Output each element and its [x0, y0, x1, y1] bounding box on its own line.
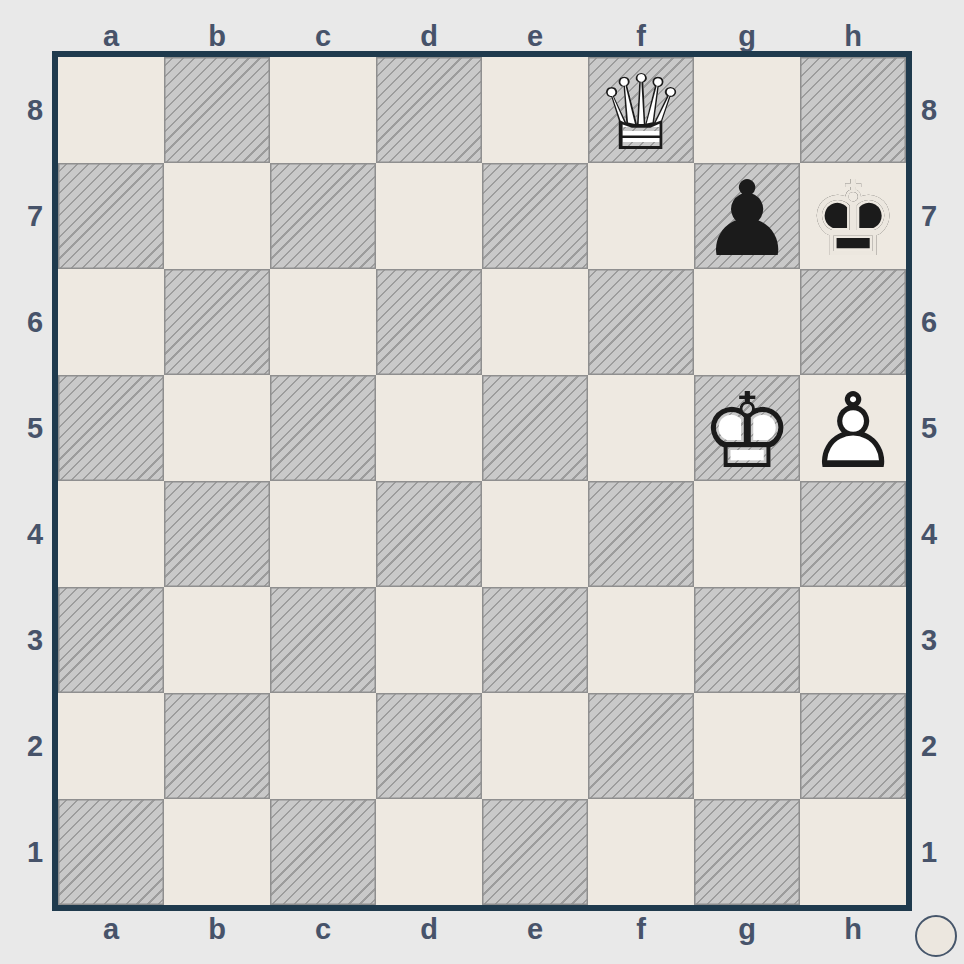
square-b2[interactable] [164, 693, 270, 799]
square-g1[interactable] [694, 799, 800, 905]
rank-label-8: 8 [912, 57, 946, 163]
square-c7[interactable] [270, 163, 376, 269]
rank-label-5: 5 [912, 375, 946, 481]
square-g5[interactable]: ♚♔ [694, 375, 800, 481]
square-e1[interactable] [482, 799, 588, 905]
square-h6[interactable] [800, 269, 906, 375]
rank-label-2: 2 [912, 693, 946, 799]
square-c5[interactable] [270, 375, 376, 481]
square-b4[interactable] [164, 481, 270, 587]
file-labels-top: abcdefgh [58, 20, 906, 52]
white-pawn-h5[interactable]: ♟♙ [800, 375, 906, 481]
square-e7[interactable] [482, 163, 588, 269]
square-e8[interactable] [482, 57, 588, 163]
square-a1[interactable] [58, 799, 164, 905]
file-label-h: h [800, 913, 906, 945]
chess-board[interactable]: ♛♕♟♚♔♚♔♟♙ [52, 51, 912, 911]
white-king-g5[interactable]: ♚♔ [694, 375, 800, 481]
square-h8[interactable] [800, 57, 906, 163]
file-label-g: g [694, 20, 800, 52]
square-d5[interactable] [376, 375, 482, 481]
file-label-g: g [694, 913, 800, 945]
square-h4[interactable] [800, 481, 906, 587]
rank-label-7: 7 [18, 163, 52, 269]
rank-label-8: 8 [18, 57, 52, 163]
chess-diagram-page: abcdefgh 87654321 ♛♕♟♚♔♚♔♟♙ 87654321 abc… [0, 0, 964, 964]
square-h5[interactable]: ♟♙ [800, 375, 906, 481]
square-e6[interactable] [482, 269, 588, 375]
square-f8[interactable]: ♛♕ [588, 57, 694, 163]
file-labels-bottom: abcdefgh [58, 913, 906, 945]
square-f5[interactable] [588, 375, 694, 481]
rank-label-6: 6 [912, 269, 946, 375]
rank-label-3: 3 [912, 587, 946, 693]
square-g4[interactable] [694, 481, 800, 587]
square-h7[interactable]: ♚♔ [800, 163, 906, 269]
white-king-glyph: ♔ [694, 378, 800, 484]
white-queen-glyph: ♕ [588, 60, 694, 166]
square-g2[interactable] [694, 693, 800, 799]
file-label-b: b [164, 20, 270, 52]
file-label-h: h [800, 20, 906, 52]
square-d4[interactable] [376, 481, 482, 587]
white-queen-f8[interactable]: ♛♕ [588, 57, 694, 163]
rank-labels-left: 87654321 [18, 57, 52, 905]
square-g8[interactable] [694, 57, 800, 163]
square-d6[interactable] [376, 269, 482, 375]
file-label-f: f [588, 20, 694, 52]
black-king-glyph: ♔ [800, 166, 906, 272]
rank-label-1: 1 [18, 799, 52, 905]
square-a2[interactable] [58, 693, 164, 799]
file-label-e: e [482, 913, 588, 945]
white-pawn-glyph: ♙ [800, 378, 906, 484]
square-f4[interactable] [588, 481, 694, 587]
file-label-d: d [376, 913, 482, 945]
square-e5[interactable] [482, 375, 588, 481]
square-d2[interactable] [376, 693, 482, 799]
file-label-e: e [482, 20, 588, 52]
square-a7[interactable] [58, 163, 164, 269]
square-c3[interactable] [270, 587, 376, 693]
rank-label-5: 5 [18, 375, 52, 481]
rank-label-1: 1 [912, 799, 946, 905]
square-d7[interactable] [376, 163, 482, 269]
square-h3[interactable] [800, 587, 906, 693]
square-f7[interactable] [588, 163, 694, 269]
square-b6[interactable] [164, 269, 270, 375]
black-pawn-glyph: ♟ [694, 166, 800, 272]
file-label-a: a [58, 20, 164, 52]
rank-label-4: 4 [912, 481, 946, 587]
square-c1[interactable] [270, 799, 376, 905]
square-g3[interactable] [694, 587, 800, 693]
black-king-h7[interactable]: ♚♔ [800, 163, 906, 269]
square-b7[interactable] [164, 163, 270, 269]
square-d3[interactable] [376, 587, 482, 693]
black-pawn-g7[interactable]: ♟ [694, 163, 800, 269]
rank-labels-right: 87654321 [912, 57, 946, 905]
square-g7[interactable]: ♟ [694, 163, 800, 269]
square-b1[interactable] [164, 799, 270, 905]
square-b3[interactable] [164, 587, 270, 693]
rank-label-3: 3 [18, 587, 52, 693]
file-label-c: c [270, 20, 376, 52]
square-h2[interactable] [800, 693, 906, 799]
white-to-move-indicator [915, 915, 957, 957]
square-c2[interactable] [270, 693, 376, 799]
square-e2[interactable] [482, 693, 588, 799]
square-d8[interactable] [376, 57, 482, 163]
square-c8[interactable] [270, 57, 376, 163]
file-label-f: f [588, 913, 694, 945]
square-g6[interactable] [694, 269, 800, 375]
square-d1[interactable] [376, 799, 482, 905]
square-b8[interactable] [164, 57, 270, 163]
square-c4[interactable] [270, 481, 376, 587]
square-a6[interactable] [58, 269, 164, 375]
square-a8[interactable] [58, 57, 164, 163]
square-f6[interactable] [588, 269, 694, 375]
rank-label-7: 7 [912, 163, 946, 269]
square-e4[interactable] [482, 481, 588, 587]
square-a4[interactable] [58, 481, 164, 587]
square-b5[interactable] [164, 375, 270, 481]
file-label-b: b [164, 913, 270, 945]
square-f1[interactable] [588, 799, 694, 905]
square-f2[interactable] [588, 693, 694, 799]
rank-label-2: 2 [18, 693, 52, 799]
rank-label-6: 6 [18, 269, 52, 375]
square-e3[interactable] [482, 587, 588, 693]
square-a3[interactable] [58, 587, 164, 693]
rank-label-4: 4 [18, 481, 52, 587]
square-c6[interactable] [270, 269, 376, 375]
square-a5[interactable] [58, 375, 164, 481]
file-label-c: c [270, 913, 376, 945]
file-label-d: d [376, 20, 482, 52]
square-h1[interactable] [800, 799, 906, 905]
square-f3[interactable] [588, 587, 694, 693]
file-label-a: a [58, 913, 164, 945]
